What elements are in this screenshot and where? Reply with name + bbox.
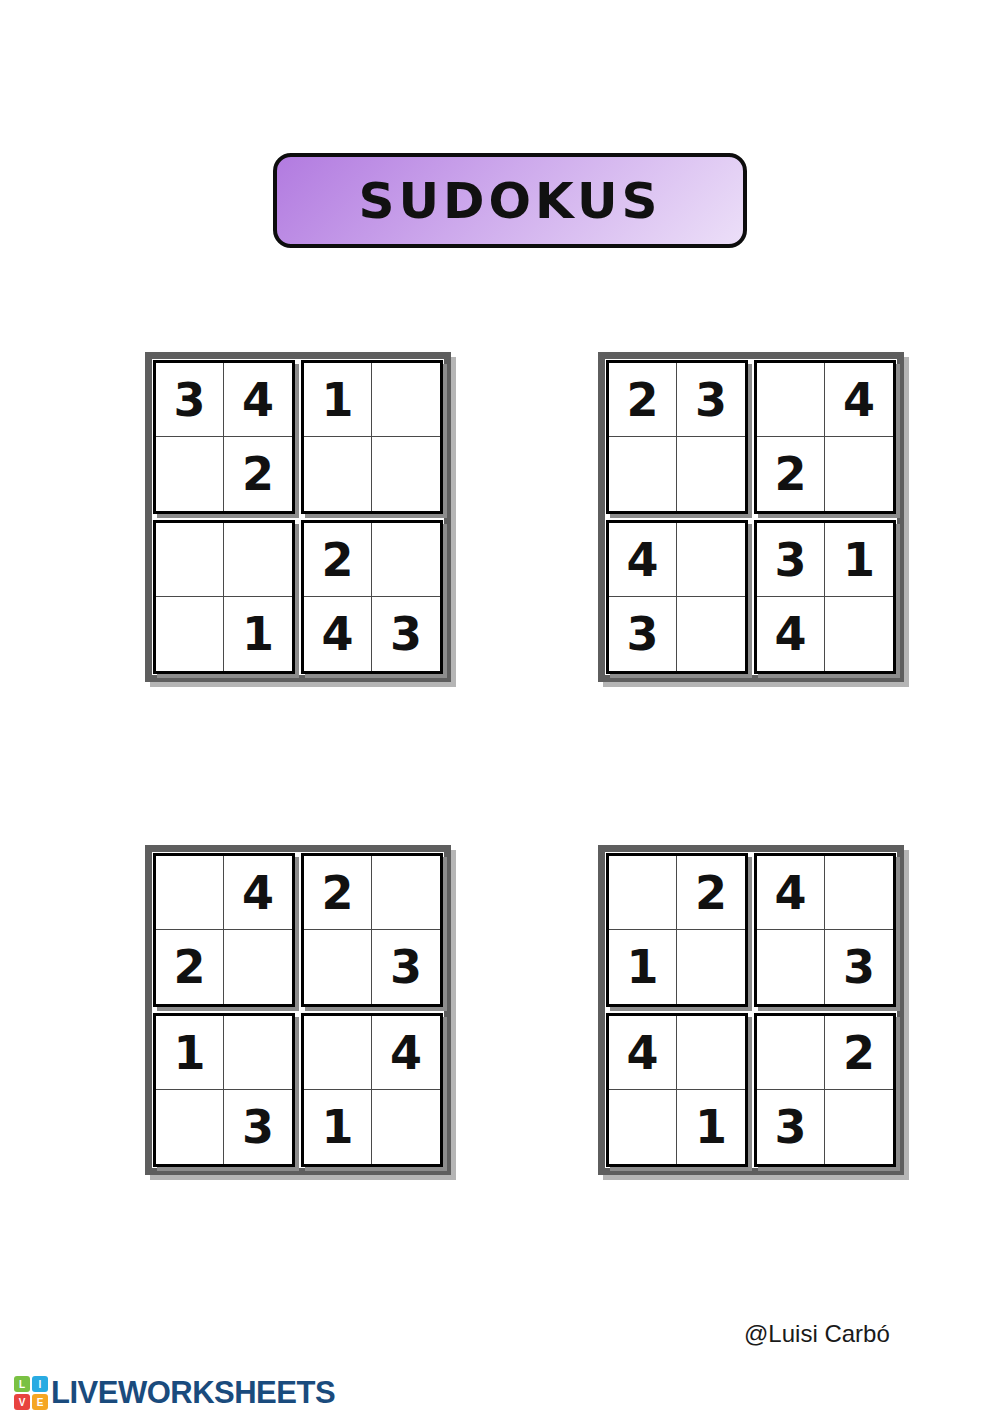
sudoku-cell-empty[interactable] [156, 1090, 224, 1164]
sudoku-cell-given: 2 [609, 363, 677, 437]
sudoku-box: 42 [153, 853, 295, 1007]
sudoku-cell-empty[interactable] [757, 363, 825, 437]
sudoku-cell-empty[interactable] [825, 856, 893, 930]
sudoku-cell-given: 1 [304, 1090, 372, 1164]
sudoku-cell-given: 2 [825, 1016, 893, 1090]
sudoku-cell-empty[interactable] [609, 1090, 677, 1164]
sudoku-cell-empty[interactable] [304, 930, 372, 1004]
sudoku-grid-1: 34211243 [145, 352, 451, 682]
sudoku-cell-empty[interactable] [609, 437, 677, 511]
sudoku-cell-given: 3 [757, 523, 825, 597]
sudoku-cell-given: 1 [304, 363, 372, 437]
sudoku-cell-empty[interactable] [372, 856, 440, 930]
sudoku-cell-empty[interactable] [372, 363, 440, 437]
sudoku-cell-given: 3 [825, 930, 893, 1004]
sudoku-cell-given: 4 [757, 597, 825, 671]
sudoku-cell-given: 2 [224, 437, 292, 511]
sudoku-grid-4: 21434123 [598, 845, 904, 1175]
sudoku-cell-given: 4 [757, 856, 825, 930]
sudoku-cell-given: 1 [156, 1016, 224, 1090]
sudoku-box: 314 [754, 520, 896, 674]
sudoku-cell-given: 3 [609, 597, 677, 671]
sudoku-box: 43 [754, 853, 896, 1007]
sudoku-cell-given: 2 [757, 437, 825, 511]
sudoku-box: 21 [606, 853, 748, 1007]
sudoku-box: 243 [301, 520, 443, 674]
sudoku-cell-empty[interactable] [825, 1090, 893, 1164]
sudoku-cell-given: 3 [372, 930, 440, 1004]
page-title: SUDOKUS [358, 172, 661, 230]
sudoku-cell-empty[interactable] [156, 523, 224, 597]
sudoku-cell-empty[interactable] [224, 523, 292, 597]
sudoku-box: 43 [606, 520, 748, 674]
sudoku-cell-given: 3 [757, 1090, 825, 1164]
sudoku-box: 1 [301, 360, 443, 514]
sudoku-grid-3: 42231341 [145, 845, 451, 1175]
logo-square-e: E [32, 1394, 48, 1410]
sudoku-cell-given: 4 [825, 363, 893, 437]
sudoku-cell-given: 3 [372, 597, 440, 671]
sudoku-cell-given: 3 [224, 1090, 292, 1164]
sudoku-cell-given: 4 [224, 363, 292, 437]
sudoku-cell-given: 4 [304, 597, 372, 671]
sudoku-cell-empty[interactable] [372, 1090, 440, 1164]
sudoku-cell-given: 4 [372, 1016, 440, 1090]
sudoku-cell-given: 2 [677, 856, 745, 930]
logo-square-l: L [14, 1376, 30, 1392]
worksheet-page: SUDOKUS 34211243 234243314 42231341 2143… [0, 0, 1000, 1413]
sudoku-cell-empty[interactable] [757, 930, 825, 1004]
sudoku-cell-given: 1 [224, 597, 292, 671]
sudoku-cell-empty[interactable] [304, 437, 372, 511]
sudoku-box: 342 [153, 360, 295, 514]
sudoku-box: 23 [301, 853, 443, 1007]
sudoku-cell-given: 4 [609, 1016, 677, 1090]
sudoku-cell-empty[interactable] [224, 1016, 292, 1090]
sudoku-box: 23 [754, 1013, 896, 1167]
sudoku-grid-2: 234243314 [598, 352, 904, 682]
sudoku-cell-given: 1 [609, 930, 677, 1004]
sudoku-cell-empty[interactable] [677, 437, 745, 511]
sudoku-cell-given: 1 [825, 523, 893, 597]
sudoku-cell-given: 2 [304, 523, 372, 597]
sudoku-cell-given: 2 [156, 930, 224, 1004]
sudoku-cell-given: 1 [677, 1090, 745, 1164]
liveworksheets-logo: LIVE LIVEWORKSHEETS [14, 1375, 335, 1411]
sudoku-cell-empty[interactable] [304, 1016, 372, 1090]
sudoku-box: 41 [606, 1013, 748, 1167]
author-credit: @Luisi Carbó [744, 1320, 890, 1348]
sudoku-cell-empty[interactable] [825, 597, 893, 671]
sudoku-cell-given: 4 [224, 856, 292, 930]
sudoku-cell-given: 2 [304, 856, 372, 930]
sudoku-cell-empty[interactable] [677, 1016, 745, 1090]
sudoku-cell-empty[interactable] [372, 523, 440, 597]
sudoku-cell-empty[interactable] [677, 930, 745, 1004]
logo-square-v: V [14, 1394, 30, 1410]
sudoku-box: 23 [606, 360, 748, 514]
sudoku-cell-empty[interactable] [156, 856, 224, 930]
sudoku-cell-given: 3 [156, 363, 224, 437]
logo-square-i: I [32, 1376, 48, 1392]
sudoku-cell-empty[interactable] [825, 437, 893, 511]
liveworksheets-wordmark: LIVEWORKSHEETS [51, 1375, 335, 1411]
sudoku-cell-given: 4 [609, 523, 677, 597]
sudoku-cell-given: 3 [677, 363, 745, 437]
sudoku-cell-empty[interactable] [609, 856, 677, 930]
sudoku-cell-empty[interactable] [156, 597, 224, 671]
sudoku-cell-empty[interactable] [677, 597, 745, 671]
sudoku-cell-empty[interactable] [224, 930, 292, 1004]
sudoku-box: 41 [301, 1013, 443, 1167]
liveworksheets-icon: LIVE [14, 1376, 48, 1410]
sudoku-cell-empty[interactable] [677, 523, 745, 597]
sudoku-cell-empty[interactable] [757, 1016, 825, 1090]
sudoku-box: 42 [754, 360, 896, 514]
title-banner: SUDOKUS [273, 153, 747, 248]
sudoku-box: 1 [153, 520, 295, 674]
sudoku-cell-empty[interactable] [156, 437, 224, 511]
sudoku-box: 13 [153, 1013, 295, 1167]
sudoku-cell-empty[interactable] [372, 437, 440, 511]
